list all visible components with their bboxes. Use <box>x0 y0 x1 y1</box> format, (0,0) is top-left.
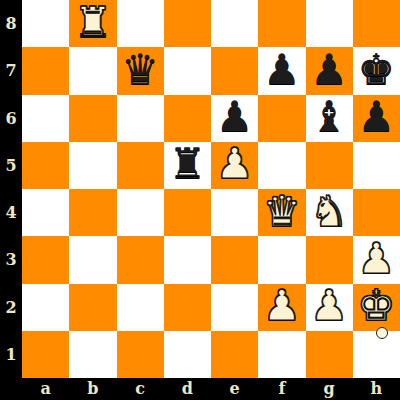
square-a5[interactable] <box>22 142 69 189</box>
piece-black-queen-c7[interactable]: ♛ <box>121 49 159 91</box>
square-d8[interactable] <box>164 0 211 47</box>
square-f3[interactable] <box>258 236 305 283</box>
square-g7[interactable]: ♟ <box>306 47 353 94</box>
rank-label-7: 7 <box>0 47 22 94</box>
rank-label-8: 8 <box>0 0 22 47</box>
square-a7[interactable] <box>22 47 69 94</box>
white-to-move-indicator <box>376 327 388 339</box>
piece-white-queen-f4[interactable]: ♛ <box>263 191 301 233</box>
square-b6[interactable] <box>69 95 116 142</box>
rank-label-1: 1 <box>0 331 22 378</box>
square-a8[interactable] <box>22 0 69 47</box>
square-d6[interactable] <box>164 95 211 142</box>
rank-label-6: 6 <box>0 95 22 142</box>
square-c7[interactable]: ♛ <box>117 47 164 94</box>
square-f1[interactable] <box>258 331 305 378</box>
square-e4[interactable] <box>211 189 258 236</box>
square-d5[interactable]: ♜ <box>164 142 211 189</box>
piece-black-bishop-g6[interactable]: ♝ <box>310 96 348 138</box>
square-g5[interactable] <box>306 142 353 189</box>
square-d1[interactable] <box>164 331 211 378</box>
piece-white-pawn-e5[interactable]: ♟ <box>216 143 254 185</box>
square-c1[interactable] <box>117 331 164 378</box>
square-f2[interactable]: ♟ <box>258 284 305 331</box>
piece-white-pawn-f2[interactable]: ♟ <box>263 285 301 327</box>
piece-black-pawn-e6[interactable]: ♟ <box>216 96 254 138</box>
square-g4[interactable]: ♞ <box>306 189 353 236</box>
square-a3[interactable] <box>22 236 69 283</box>
chess-puzzle-board: 87654321 ♜♛♟♟♚♟♝♟♜♟♛♞♟♟♟♚ abcdefgh <box>0 0 400 400</box>
square-d7[interactable] <box>164 47 211 94</box>
square-g2[interactable]: ♟ <box>306 284 353 331</box>
rank-label-2: 2 <box>0 284 22 331</box>
square-e3[interactable] <box>211 236 258 283</box>
square-b7[interactable] <box>69 47 116 94</box>
file-label-a: a <box>22 378 69 400</box>
square-c4[interactable] <box>117 189 164 236</box>
square-b3[interactable] <box>69 236 116 283</box>
square-g8[interactable] <box>306 0 353 47</box>
square-b1[interactable] <box>69 331 116 378</box>
square-c3[interactable] <box>117 236 164 283</box>
piece-black-rook-d5[interactable]: ♜ <box>169 143 207 185</box>
file-label-e: e <box>211 378 258 400</box>
rank-label-4: 4 <box>0 189 22 236</box>
square-e8[interactable] <box>211 0 258 47</box>
square-h6[interactable]: ♟ <box>353 95 400 142</box>
square-e2[interactable] <box>211 284 258 331</box>
square-d3[interactable] <box>164 236 211 283</box>
square-e7[interactable] <box>211 47 258 94</box>
file-label-d: d <box>164 378 211 400</box>
square-d2[interactable] <box>164 284 211 331</box>
piece-white-knight-g4[interactable]: ♞ <box>310 191 348 233</box>
square-b2[interactable] <box>69 284 116 331</box>
file-label-b: b <box>69 378 116 400</box>
square-b4[interactable] <box>69 189 116 236</box>
file-label-h: h <box>353 378 400 400</box>
piece-white-pawn-g2[interactable]: ♟ <box>310 285 348 327</box>
square-c5[interactable] <box>117 142 164 189</box>
piece-white-rook-b8[interactable]: ♜ <box>74 2 112 44</box>
square-g1[interactable] <box>306 331 353 378</box>
square-f6[interactable] <box>258 95 305 142</box>
chess-board[interactable]: ♜♛♟♟♚♟♝♟♜♟♛♞♟♟♟♚ <box>22 0 400 378</box>
square-h4[interactable] <box>353 189 400 236</box>
square-f5[interactable] <box>258 142 305 189</box>
square-c8[interactable] <box>117 0 164 47</box>
square-a4[interactable] <box>22 189 69 236</box>
square-f8[interactable] <box>258 0 305 47</box>
square-g6[interactable]: ♝ <box>306 95 353 142</box>
square-d4[interactable] <box>164 189 211 236</box>
square-a6[interactable] <box>22 95 69 142</box>
square-f4[interactable]: ♛ <box>258 189 305 236</box>
square-h7[interactable]: ♚ <box>353 47 400 94</box>
square-e1[interactable] <box>211 331 258 378</box>
square-h3[interactable]: ♟ <box>353 236 400 283</box>
square-b8[interactable]: ♜ <box>69 0 116 47</box>
square-b5[interactable] <box>69 142 116 189</box>
square-a2[interactable] <box>22 284 69 331</box>
piece-black-pawn-g7[interactable]: ♟ <box>310 49 348 91</box>
file-label-f: f <box>258 378 305 400</box>
piece-black-pawn-h6[interactable]: ♟ <box>358 96 396 138</box>
piece-black-pawn-f7[interactable]: ♟ <box>263 49 301 91</box>
piece-black-king-h7[interactable]: ♚ <box>358 49 396 91</box>
piece-white-pawn-h3[interactable]: ♟ <box>358 238 396 280</box>
square-c2[interactable] <box>117 284 164 331</box>
square-h1[interactable] <box>353 331 400 378</box>
piece-white-king-h2[interactable]: ♚ <box>358 285 396 327</box>
rank-label-5: 5 <box>0 142 22 189</box>
square-h2[interactable]: ♚ <box>353 284 400 331</box>
square-f7[interactable]: ♟ <box>258 47 305 94</box>
file-label-g: g <box>306 378 353 400</box>
square-c6[interactable] <box>117 95 164 142</box>
rank-labels: 87654321 <box>0 0 22 378</box>
square-e6[interactable]: ♟ <box>211 95 258 142</box>
square-h5[interactable] <box>353 142 400 189</box>
file-labels: abcdefgh <box>22 378 400 400</box>
square-g3[interactable] <box>306 236 353 283</box>
file-label-c: c <box>117 378 164 400</box>
square-a1[interactable] <box>22 331 69 378</box>
square-e5[interactable]: ♟ <box>211 142 258 189</box>
square-h8[interactable] <box>353 0 400 47</box>
rank-label-3: 3 <box>0 236 22 283</box>
